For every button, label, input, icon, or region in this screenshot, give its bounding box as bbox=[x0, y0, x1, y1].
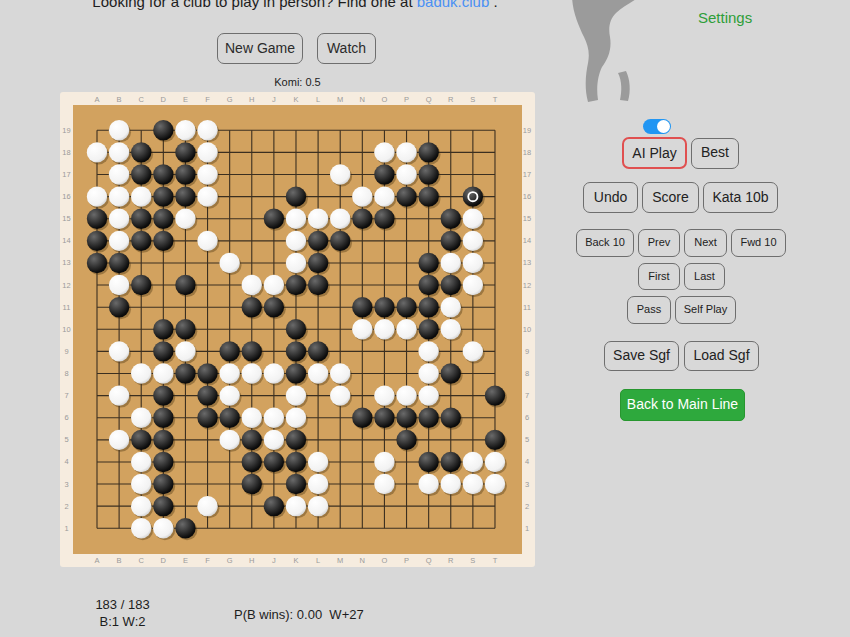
white-stone-C4 bbox=[131, 452, 151, 472]
svg-text:7: 7 bbox=[525, 391, 529, 400]
white-stone-G7 bbox=[219, 385, 239, 405]
black-stone-L14 bbox=[308, 231, 328, 251]
black-stone-K10 bbox=[286, 319, 306, 339]
svg-text:H: H bbox=[249, 95, 254, 104]
svg-text:12: 12 bbox=[62, 281, 70, 290]
black-stone-H5 bbox=[242, 430, 262, 450]
move-counter: 183 / 183 bbox=[60, 597, 185, 612]
black-stone-S16 bbox=[463, 186, 483, 206]
black-stone-R4 bbox=[441, 452, 461, 472]
svg-text:3: 3 bbox=[64, 480, 68, 489]
white-stone-H12 bbox=[242, 275, 262, 295]
best-button[interactable]: Best bbox=[691, 138, 739, 169]
black-stone-K8 bbox=[286, 363, 306, 383]
white-stone-P10 bbox=[396, 319, 416, 339]
svg-text:M: M bbox=[337, 556, 343, 565]
black-stone-H4 bbox=[242, 452, 262, 472]
black-stone-K9 bbox=[286, 341, 306, 361]
white-stone-L8 bbox=[308, 363, 328, 383]
black-stone-D17 bbox=[153, 164, 173, 184]
svg-text:G: G bbox=[227, 95, 233, 104]
svg-text:J: J bbox=[272, 95, 276, 104]
white-stone-C16 bbox=[131, 186, 151, 206]
white-stone-L15 bbox=[308, 209, 328, 229]
white-stone-B17 bbox=[109, 164, 129, 184]
svg-text:15: 15 bbox=[62, 214, 70, 223]
self-play-button[interactable]: Self Play bbox=[675, 296, 736, 324]
black-stone-E17 bbox=[175, 164, 195, 184]
svg-text:14: 14 bbox=[62, 236, 70, 245]
svg-text:C: C bbox=[139, 95, 145, 104]
white-stone-S12 bbox=[463, 275, 483, 295]
white-stone-R13 bbox=[441, 253, 461, 273]
next-button[interactable]: Next bbox=[684, 229, 727, 257]
black-stone-D14 bbox=[153, 231, 173, 251]
svg-text:17: 17 bbox=[62, 170, 70, 179]
white-stone-A18 bbox=[87, 142, 107, 162]
capture-counter: B:1 W:2 bbox=[60, 614, 185, 629]
white-stone-C1 bbox=[131, 518, 151, 538]
white-stone-S4 bbox=[463, 452, 483, 472]
white-stone-P17 bbox=[396, 164, 416, 184]
svg-text:T: T bbox=[493, 95, 498, 104]
black-stone-P11 bbox=[396, 297, 416, 317]
black-stone-L12 bbox=[308, 275, 328, 295]
black-stone-J4 bbox=[264, 452, 284, 472]
komi-label: Komi: 0.5 bbox=[60, 76, 535, 88]
svg-text:15: 15 bbox=[523, 214, 531, 223]
white-stone-J12 bbox=[264, 275, 284, 295]
black-stone-F7 bbox=[197, 385, 217, 405]
undo-button[interactable]: Undo bbox=[583, 182, 638, 213]
white-stone-Q8 bbox=[418, 363, 438, 383]
black-stone-E12 bbox=[175, 275, 195, 295]
black-stone-M14 bbox=[330, 231, 350, 251]
svg-text:E: E bbox=[183, 556, 188, 565]
black-stone-K3 bbox=[286, 474, 306, 494]
toggle-knob bbox=[657, 120, 670, 133]
black-stone-K5 bbox=[286, 430, 306, 450]
svg-text:1: 1 bbox=[64, 524, 68, 533]
svg-text:9: 9 bbox=[525, 347, 529, 356]
kata-10b-button[interactable]: Kata 10b bbox=[703, 182, 778, 213]
back-to-main-line-button[interactable]: Back to Main Line bbox=[620, 389, 745, 421]
white-stone-L2 bbox=[308, 496, 328, 516]
svg-text:G: G bbox=[227, 556, 233, 565]
new-game-button[interactable]: New Game bbox=[217, 33, 303, 64]
svg-text:T: T bbox=[493, 556, 498, 565]
svg-text:B: B bbox=[117, 95, 122, 104]
white-stone-L4 bbox=[308, 452, 328, 472]
black-stone-O11 bbox=[374, 297, 394, 317]
load-sgf-button[interactable]: Load Sgf bbox=[684, 341, 759, 371]
white-stone-E15 bbox=[175, 209, 195, 229]
white-stone-D1 bbox=[153, 518, 173, 538]
white-stone-G8 bbox=[219, 363, 239, 383]
svg-text:11: 11 bbox=[63, 303, 71, 312]
black-stone-H3 bbox=[242, 474, 262, 494]
black-stone-K12 bbox=[286, 275, 306, 295]
black-stone-Q4 bbox=[418, 452, 438, 472]
svg-text:8: 8 bbox=[525, 369, 529, 378]
white-stone-P7 bbox=[396, 385, 416, 405]
svg-text:12: 12 bbox=[523, 281, 531, 290]
white-stone-B7 bbox=[109, 385, 129, 405]
white-stone-S13 bbox=[463, 253, 483, 273]
white-stone-B9 bbox=[109, 341, 129, 361]
svg-text:6: 6 bbox=[64, 413, 68, 422]
white-stone-F19 bbox=[197, 120, 217, 140]
black-stone-D19 bbox=[153, 120, 173, 140]
black-stone-D5 bbox=[153, 430, 173, 450]
white-stone-G13 bbox=[219, 253, 239, 273]
black-stone-G6 bbox=[219, 408, 239, 428]
back-10-button[interactable]: Back 10 bbox=[576, 229, 634, 257]
black-stone-N6 bbox=[352, 408, 372, 428]
svg-text:19: 19 bbox=[62, 126, 70, 135]
svg-text:19: 19 bbox=[523, 126, 531, 135]
svg-text:5: 5 bbox=[64, 435, 68, 444]
white-stone-H6 bbox=[242, 408, 262, 428]
svg-text:13: 13 bbox=[523, 258, 531, 267]
white-stone-K6 bbox=[286, 408, 306, 428]
black-stone-O17 bbox=[374, 164, 394, 184]
settings-link[interactable]: Settings bbox=[698, 9, 752, 26]
white-stone-K13 bbox=[286, 253, 306, 273]
black-stone-D3 bbox=[153, 474, 173, 494]
black-stone-J15 bbox=[264, 209, 284, 229]
white-stone-T3 bbox=[485, 474, 505, 494]
svg-text:10: 10 bbox=[523, 325, 531, 334]
black-stone-A14 bbox=[87, 231, 107, 251]
white-stone-E19 bbox=[175, 120, 195, 140]
svg-text:J: J bbox=[272, 556, 276, 565]
black-stone-R14 bbox=[441, 231, 461, 251]
svg-text:M: M bbox=[337, 95, 343, 104]
white-stone-B12 bbox=[109, 275, 129, 295]
black-stone-T7 bbox=[485, 385, 505, 405]
white-stone-R11 bbox=[441, 297, 461, 317]
svg-text:11: 11 bbox=[523, 303, 531, 312]
svg-text:8: 8 bbox=[64, 369, 68, 378]
black-stone-F6 bbox=[197, 408, 217, 428]
svg-text:3: 3 bbox=[525, 480, 529, 489]
white-stone-M17 bbox=[330, 164, 350, 184]
svg-text:P: P bbox=[404, 95, 409, 104]
white-stone-M7 bbox=[330, 385, 350, 405]
white-stone-K2 bbox=[286, 496, 306, 516]
black-stone-D2 bbox=[153, 496, 173, 516]
score-button[interactable]: Score bbox=[642, 182, 699, 213]
board-svg: AA1919BB1818CC1717DD1616EE1515FF1414GG13… bbox=[60, 92, 535, 567]
black-stone-J11 bbox=[264, 297, 284, 317]
black-stone-D6 bbox=[153, 408, 173, 428]
black-stone-B13 bbox=[109, 253, 129, 273]
go-board[interactable]: AA1919BB1818CC1717DD1616EE1515FF1414GG13… bbox=[60, 92, 535, 567]
black-stone-P6 bbox=[396, 408, 416, 428]
white-stone-C3 bbox=[131, 474, 151, 494]
black-stone-F8 bbox=[197, 363, 217, 383]
white-stone-K14 bbox=[286, 231, 306, 251]
black-stone-R6 bbox=[441, 408, 461, 428]
svg-text:S: S bbox=[470, 556, 475, 565]
svg-text:A: A bbox=[94, 95, 99, 104]
svg-text:C: C bbox=[139, 556, 145, 565]
black-stone-Q13 bbox=[418, 253, 438, 273]
svg-text:R: R bbox=[448, 556, 454, 565]
black-stone-D16 bbox=[153, 186, 173, 206]
svg-text:18: 18 bbox=[523, 148, 531, 157]
black-stone-C12 bbox=[131, 275, 151, 295]
white-stone-Q9 bbox=[418, 341, 438, 361]
svg-text:O: O bbox=[382, 556, 388, 565]
black-stone-C18 bbox=[131, 142, 151, 162]
white-stone-O16 bbox=[374, 186, 394, 206]
black-stone-Q12 bbox=[418, 275, 438, 295]
black-stone-T5 bbox=[485, 430, 505, 450]
white-stone-F18 bbox=[197, 142, 217, 162]
white-stone-B5 bbox=[109, 430, 129, 450]
black-stone-P16 bbox=[396, 186, 416, 206]
last-button[interactable]: Last bbox=[684, 263, 725, 290]
svg-text:D: D bbox=[161, 95, 167, 104]
white-stone-B14 bbox=[109, 231, 129, 251]
black-stone-D15 bbox=[153, 209, 173, 229]
svg-text:16: 16 bbox=[62, 192, 70, 201]
black-stone-Q6 bbox=[418, 408, 438, 428]
svg-text:18: 18 bbox=[62, 148, 70, 157]
white-stone-J5 bbox=[264, 430, 284, 450]
svg-text:F: F bbox=[205, 95, 210, 104]
white-stone-O3 bbox=[374, 474, 394, 494]
white-stone-C8 bbox=[131, 363, 151, 383]
white-stone-M8 bbox=[330, 363, 350, 383]
svg-text:4: 4 bbox=[525, 457, 529, 466]
svg-text:N: N bbox=[360, 95, 365, 104]
black-stone-A15 bbox=[87, 209, 107, 229]
svg-text:16: 16 bbox=[523, 192, 531, 201]
prev-button[interactable]: Prev bbox=[638, 229, 680, 257]
black-stone-A13 bbox=[87, 253, 107, 273]
black-stone-C17 bbox=[131, 164, 151, 184]
black-stone-H11 bbox=[242, 297, 262, 317]
svg-text:O: O bbox=[382, 95, 388, 104]
white-stone-C6 bbox=[131, 408, 151, 428]
black-stone-N11 bbox=[352, 297, 372, 317]
white-stone-R10 bbox=[441, 319, 461, 339]
white-stone-H8 bbox=[242, 363, 262, 383]
white-stone-L3 bbox=[308, 474, 328, 494]
white-stone-O7 bbox=[374, 385, 394, 405]
svg-text:E: E bbox=[183, 95, 188, 104]
white-stone-K7 bbox=[286, 385, 306, 405]
svg-text:2: 2 bbox=[525, 502, 529, 511]
white-stone-C2 bbox=[131, 496, 151, 516]
baduk-club-link[interactable]: baduk.club bbox=[417, 0, 490, 10]
save-sgf-button[interactable]: Save Sgf bbox=[604, 341, 679, 371]
white-stone-F16 bbox=[197, 186, 217, 206]
white-stone-O10 bbox=[374, 319, 394, 339]
black-stone-Q11 bbox=[418, 297, 438, 317]
white-stone-S15 bbox=[463, 209, 483, 229]
black-stone-D4 bbox=[153, 452, 173, 472]
black-stone-O6 bbox=[374, 408, 394, 428]
white-stone-T4 bbox=[485, 452, 505, 472]
watch-button[interactable]: Watch bbox=[317, 33, 376, 64]
svg-text:14: 14 bbox=[523, 236, 531, 245]
white-stone-S9 bbox=[463, 341, 483, 361]
white-stone-N16 bbox=[352, 186, 372, 206]
ai-play-button[interactable]: AI Play bbox=[622, 137, 687, 169]
white-stone-F14 bbox=[197, 231, 217, 251]
white-stone-Q3 bbox=[418, 474, 438, 494]
black-stone-C5 bbox=[131, 430, 151, 450]
black-stone-C14 bbox=[131, 231, 151, 251]
svg-text:H: H bbox=[249, 556, 254, 565]
black-stone-E18 bbox=[175, 142, 195, 162]
black-stone-E16 bbox=[175, 186, 195, 206]
white-stone-M15 bbox=[330, 209, 350, 229]
black-stone-K4 bbox=[286, 452, 306, 472]
white-stone-D8 bbox=[153, 363, 173, 383]
judo-figure-icon bbox=[558, 0, 693, 105]
win-probability-text: P(B wins): 0.00 W+27 bbox=[234, 607, 364, 622]
svg-text:Q: Q bbox=[426, 95, 432, 104]
black-stone-Q18 bbox=[418, 142, 438, 162]
svg-text:10: 10 bbox=[62, 325, 70, 334]
black-stone-O15 bbox=[374, 209, 394, 229]
white-stone-B15 bbox=[109, 209, 129, 229]
white-stone-A16 bbox=[87, 186, 107, 206]
svg-text:N: N bbox=[360, 556, 365, 565]
svg-text:D: D bbox=[161, 556, 167, 565]
svg-text:L: L bbox=[316, 95, 320, 104]
white-stone-B19 bbox=[109, 120, 129, 140]
svg-text:A: A bbox=[94, 556, 99, 565]
black-stone-J2 bbox=[264, 496, 284, 516]
black-stone-C15 bbox=[131, 209, 151, 229]
svg-text:L: L bbox=[316, 556, 320, 565]
white-stone-R3 bbox=[441, 474, 461, 494]
black-stone-R12 bbox=[441, 275, 461, 295]
black-stone-N15 bbox=[352, 209, 372, 229]
svg-text:R: R bbox=[448, 95, 454, 104]
white-stone-J6 bbox=[264, 408, 284, 428]
white-stone-O18 bbox=[374, 142, 394, 162]
club-banner-text: Looking for a club to play in person? Fi… bbox=[92, 0, 416, 10]
white-stone-F2 bbox=[197, 496, 217, 516]
club-banner: Looking for a club to play in person? Fi… bbox=[35, 0, 555, 10]
white-stone-G5 bbox=[219, 430, 239, 450]
black-stone-B11 bbox=[109, 297, 129, 317]
black-stone-D7 bbox=[153, 385, 173, 405]
svg-text:4: 4 bbox=[64, 457, 68, 466]
white-stone-K15 bbox=[286, 209, 306, 229]
svg-text:9: 9 bbox=[64, 347, 68, 356]
svg-text:P: P bbox=[404, 556, 409, 565]
svg-text:13: 13 bbox=[62, 258, 70, 267]
white-stone-O4 bbox=[374, 452, 394, 472]
svg-text:K: K bbox=[293, 95, 298, 104]
black-stone-Q16 bbox=[418, 186, 438, 206]
svg-text:17: 17 bbox=[523, 170, 531, 179]
white-stone-B18 bbox=[109, 142, 129, 162]
club-banner-suffix: . bbox=[489, 0, 497, 10]
svg-text:1: 1 bbox=[525, 524, 529, 533]
black-stone-G9 bbox=[219, 341, 239, 361]
black-stone-R15 bbox=[441, 209, 461, 229]
fwd-10-button[interactable]: Fwd 10 bbox=[731, 229, 786, 257]
black-stone-K16 bbox=[286, 186, 306, 206]
black-stone-E8 bbox=[175, 363, 195, 383]
black-stone-E10 bbox=[175, 319, 195, 339]
white-stone-J8 bbox=[264, 363, 284, 383]
black-stone-H9 bbox=[242, 341, 262, 361]
white-stone-F17 bbox=[197, 164, 217, 184]
svg-text:F: F bbox=[205, 556, 210, 565]
white-stone-E9 bbox=[175, 341, 195, 361]
svg-text:7: 7 bbox=[64, 391, 68, 400]
svg-text:B: B bbox=[117, 556, 122, 565]
white-stone-S14 bbox=[463, 231, 483, 251]
black-stone-Q10 bbox=[418, 319, 438, 339]
black-stone-P5 bbox=[396, 430, 416, 450]
black-stone-L9 bbox=[308, 341, 328, 361]
white-stone-S3 bbox=[463, 474, 483, 494]
pass-button[interactable]: Pass bbox=[627, 296, 671, 324]
svg-text:S: S bbox=[470, 95, 475, 104]
black-stone-Q17 bbox=[418, 164, 438, 184]
black-stone-D9 bbox=[153, 341, 173, 361]
svg-text:2: 2 bbox=[64, 502, 68, 511]
black-stone-L13 bbox=[308, 253, 328, 273]
white-stone-B16 bbox=[109, 186, 129, 206]
ai-toggle-switch[interactable] bbox=[643, 119, 671, 134]
svg-text:5: 5 bbox=[525, 435, 529, 444]
svg-text:Q: Q bbox=[426, 556, 432, 565]
svg-text:6: 6 bbox=[525, 413, 529, 422]
black-stone-D10 bbox=[153, 319, 173, 339]
first-button[interactable]: First bbox=[638, 263, 680, 290]
white-stone-Q7 bbox=[418, 385, 438, 405]
white-stone-P18 bbox=[396, 142, 416, 162]
black-stone-R8 bbox=[441, 363, 461, 383]
black-stone-E1 bbox=[175, 518, 195, 538]
svg-text:K: K bbox=[293, 556, 298, 565]
white-stone-N10 bbox=[352, 319, 372, 339]
